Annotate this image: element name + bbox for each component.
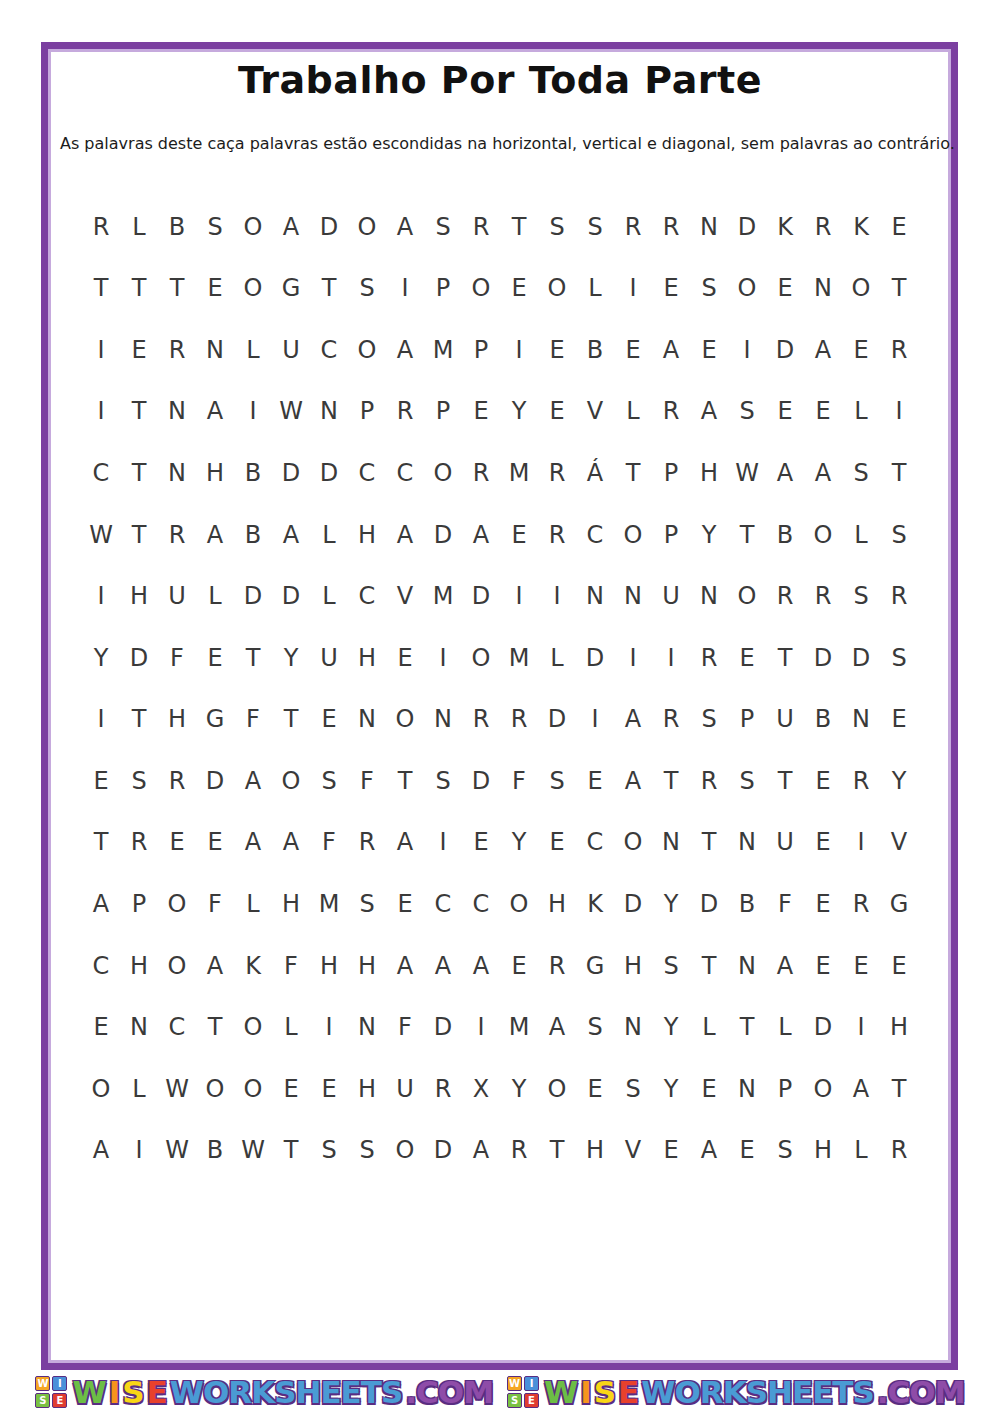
cell-r7c15[interactable]: N [614, 565, 652, 627]
cell-r6c2[interactable]: T [120, 504, 158, 566]
cell-r4c13[interactable]: E [538, 381, 576, 443]
cell-r16c18[interactable]: E [728, 1119, 766, 1181]
cell-r15c21[interactable]: A [842, 1058, 880, 1120]
cell-r2c19[interactable]: E [766, 258, 804, 320]
cell-r11c13[interactable]: E [538, 812, 576, 874]
cell-r16c7[interactable]: S [310, 1119, 348, 1181]
cell-r15c10[interactable]: R [424, 1058, 462, 1120]
cell-r7c21[interactable]: S [842, 565, 880, 627]
cell-r16c20[interactable]: H [804, 1119, 842, 1181]
cell-r6c22[interactable]: S [880, 504, 918, 566]
cell-r1c3[interactable]: B [158, 196, 196, 258]
cell-r5c18[interactable]: W [728, 442, 766, 504]
cell-r14c2[interactable]: N [120, 996, 158, 1058]
cell-r3c6[interactable]: U [272, 319, 310, 381]
cell-r6c14[interactable]: C [576, 504, 614, 566]
cell-r1c16[interactable]: R [652, 196, 690, 258]
cell-r11c9[interactable]: A [386, 812, 424, 874]
cell-r8c20[interactable]: D [804, 627, 842, 689]
cell-r14c11[interactable]: I [462, 996, 500, 1058]
cell-r8c12[interactable]: M [500, 627, 538, 689]
cell-r11c14[interactable]: C [576, 812, 614, 874]
cell-r14c7[interactable]: I [310, 996, 348, 1058]
cell-r4c3[interactable]: N [158, 381, 196, 443]
cell-r13c22[interactable]: E [880, 935, 918, 997]
cell-r6c19[interactable]: B [766, 504, 804, 566]
cell-r9c21[interactable]: N [842, 689, 880, 751]
cell-r10c9[interactable]: T [386, 750, 424, 812]
cell-r3c11[interactable]: P [462, 319, 500, 381]
cell-r1c22[interactable]: E [880, 196, 918, 258]
cell-r16c3[interactable]: W [158, 1119, 196, 1181]
cell-r14c15[interactable]: N [614, 996, 652, 1058]
cell-r3c14[interactable]: B [576, 319, 614, 381]
cell-r15c12[interactable]: Y [500, 1058, 538, 1120]
cell-r5c13[interactable]: R [538, 442, 576, 504]
cell-r8c14[interactable]: D [576, 627, 614, 689]
cell-r14c16[interactable]: Y [652, 996, 690, 1058]
cell-r13c12[interactable]: E [500, 935, 538, 997]
cell-r9c16[interactable]: R [652, 689, 690, 751]
cell-r11c11[interactable]: E [462, 812, 500, 874]
cell-r11c19[interactable]: U [766, 812, 804, 874]
cell-r9c8[interactable]: N [348, 689, 386, 751]
cell-r5c10[interactable]: O [424, 442, 462, 504]
cell-r12c22[interactable]: G [880, 873, 918, 935]
cell-r16c19[interactable]: S [766, 1119, 804, 1181]
cell-r15c1[interactable]: O [82, 1058, 120, 1120]
cell-r16c8[interactable]: S [348, 1119, 386, 1181]
cell-r14c12[interactable]: M [500, 996, 538, 1058]
cell-r12c5[interactable]: L [234, 873, 272, 935]
cell-r3c3[interactable]: R [158, 319, 196, 381]
cell-r2c7[interactable]: T [310, 258, 348, 320]
cell-r11c5[interactable]: A [234, 812, 272, 874]
cell-r10c13[interactable]: S [538, 750, 576, 812]
cell-r9c2[interactable]: T [120, 689, 158, 751]
cell-r5c20[interactable]: A [804, 442, 842, 504]
cell-r3c1[interactable]: I [82, 319, 120, 381]
letter-grid[interactable]: RLBSOADOASRTSSRRNDKRKETTTEOGTSIPOEOLIESO… [82, 196, 918, 1181]
cell-r15c7[interactable]: E [310, 1058, 348, 1120]
cell-r1c18[interactable]: D [728, 196, 766, 258]
cell-r13c2[interactable]: H [120, 935, 158, 997]
cell-r2c8[interactable]: S [348, 258, 386, 320]
cell-r6c8[interactable]: H [348, 504, 386, 566]
cell-r9c5[interactable]: F [234, 689, 272, 751]
cell-r13c10[interactable]: A [424, 935, 462, 997]
cell-r16c6[interactable]: T [272, 1119, 310, 1181]
cell-r8c16[interactable]: I [652, 627, 690, 689]
cell-r10c11[interactable]: D [462, 750, 500, 812]
cell-r9c13[interactable]: D [538, 689, 576, 751]
cell-r7c16[interactable]: U [652, 565, 690, 627]
cell-r7c9[interactable]: V [386, 565, 424, 627]
cell-r5c6[interactable]: D [272, 442, 310, 504]
cell-r11c1[interactable]: T [82, 812, 120, 874]
cell-r9c22[interactable]: E [880, 689, 918, 751]
cell-r12c14[interactable]: K [576, 873, 614, 935]
cell-r11c20[interactable]: E [804, 812, 842, 874]
cell-r8c22[interactable]: S [880, 627, 918, 689]
cell-r7c13[interactable]: I [538, 565, 576, 627]
cell-r7c18[interactable]: O [728, 565, 766, 627]
cell-r16c21[interactable]: L [842, 1119, 880, 1181]
cell-r9c1[interactable]: I [82, 689, 120, 751]
cell-r12c10[interactable]: C [424, 873, 462, 935]
cell-r3c17[interactable]: E [690, 319, 728, 381]
cell-r9c10[interactable]: N [424, 689, 462, 751]
cell-r1c13[interactable]: S [538, 196, 576, 258]
cell-r13c14[interactable]: G [576, 935, 614, 997]
cell-r10c14[interactable]: E [576, 750, 614, 812]
cell-r14c18[interactable]: T [728, 996, 766, 1058]
cell-r8c3[interactable]: F [158, 627, 196, 689]
cell-r10c6[interactable]: O [272, 750, 310, 812]
cell-r8c13[interactable]: L [538, 627, 576, 689]
cell-r13c19[interactable]: A [766, 935, 804, 997]
cell-r2c1[interactable]: T [82, 258, 120, 320]
cell-r11c17[interactable]: T [690, 812, 728, 874]
cell-r1c14[interactable]: S [576, 196, 614, 258]
cell-r12c4[interactable]: F [196, 873, 234, 935]
cell-r4c16[interactable]: R [652, 381, 690, 443]
cell-r9c6[interactable]: T [272, 689, 310, 751]
cell-r15c4[interactable]: O [196, 1058, 234, 1120]
cell-r2c17[interactable]: S [690, 258, 728, 320]
cell-r10c10[interactable]: S [424, 750, 462, 812]
cell-r12c8[interactable]: S [348, 873, 386, 935]
cell-r13c3[interactable]: O [158, 935, 196, 997]
cell-r2c11[interactable]: O [462, 258, 500, 320]
cell-r3c5[interactable]: L [234, 319, 272, 381]
cell-r13c18[interactable]: N [728, 935, 766, 997]
cell-r13c15[interactable]: H [614, 935, 652, 997]
cell-r9c9[interactable]: O [386, 689, 424, 751]
cell-r14c22[interactable]: H [880, 996, 918, 1058]
cell-r13c4[interactable]: A [196, 935, 234, 997]
cell-r2c14[interactable]: L [576, 258, 614, 320]
cell-r14c3[interactable]: C [158, 996, 196, 1058]
cell-r16c13[interactable]: T [538, 1119, 576, 1181]
cell-r5c12[interactable]: M [500, 442, 538, 504]
cell-r16c12[interactable]: R [500, 1119, 538, 1181]
cell-r13c13[interactable]: R [538, 935, 576, 997]
cell-r4c9[interactable]: R [386, 381, 424, 443]
cell-r8c5[interactable]: T [234, 627, 272, 689]
cell-r1c4[interactable]: S [196, 196, 234, 258]
cell-r5c1[interactable]: C [82, 442, 120, 504]
cell-r8c6[interactable]: Y [272, 627, 310, 689]
cell-r16c17[interactable]: A [690, 1119, 728, 1181]
cell-r15c15[interactable]: S [614, 1058, 652, 1120]
cell-r11c3[interactable]: E [158, 812, 196, 874]
cell-r4c12[interactable]: Y [500, 381, 538, 443]
cell-r15c8[interactable]: H [348, 1058, 386, 1120]
cell-r1c19[interactable]: K [766, 196, 804, 258]
cell-r5c5[interactable]: B [234, 442, 272, 504]
cell-r2c9[interactable]: I [386, 258, 424, 320]
cell-r14c19[interactable]: L [766, 996, 804, 1058]
cell-r11c6[interactable]: A [272, 812, 310, 874]
cell-r14c5[interactable]: O [234, 996, 272, 1058]
cell-r6c16[interactable]: P [652, 504, 690, 566]
cell-r12c12[interactable]: O [500, 873, 538, 935]
cell-r7c2[interactable]: H [120, 565, 158, 627]
cell-r5c9[interactable]: C [386, 442, 424, 504]
cell-r4c6[interactable]: W [272, 381, 310, 443]
cell-r13c7[interactable]: H [310, 935, 348, 997]
cell-r3c8[interactable]: O [348, 319, 386, 381]
cell-r3c2[interactable]: E [120, 319, 158, 381]
cell-r13c20[interactable]: E [804, 935, 842, 997]
cell-r3c13[interactable]: E [538, 319, 576, 381]
cell-r2c13[interactable]: O [538, 258, 576, 320]
cell-r13c5[interactable]: K [234, 935, 272, 997]
cell-r10c12[interactable]: F [500, 750, 538, 812]
cell-r12c6[interactable]: H [272, 873, 310, 935]
cell-r2c4[interactable]: E [196, 258, 234, 320]
cell-r10c5[interactable]: A [234, 750, 272, 812]
cell-r11c21[interactable]: I [842, 812, 880, 874]
cell-r8c15[interactable]: I [614, 627, 652, 689]
cell-r10c16[interactable]: T [652, 750, 690, 812]
cell-r6c11[interactable]: A [462, 504, 500, 566]
cell-r14c6[interactable]: L [272, 996, 310, 1058]
cell-r7c14[interactable]: N [576, 565, 614, 627]
cell-r3c22[interactable]: R [880, 319, 918, 381]
cell-r14c20[interactable]: D [804, 996, 842, 1058]
cell-r16c4[interactable]: B [196, 1119, 234, 1181]
cell-r2c15[interactable]: I [614, 258, 652, 320]
cell-r3c4[interactable]: N [196, 319, 234, 381]
cell-r6c17[interactable]: Y [690, 504, 728, 566]
cell-r6c10[interactable]: D [424, 504, 462, 566]
cell-r12c21[interactable]: R [842, 873, 880, 935]
cell-r2c16[interactable]: E [652, 258, 690, 320]
cell-r7c11[interactable]: D [462, 565, 500, 627]
cell-r9c17[interactable]: S [690, 689, 728, 751]
cell-r1c17[interactable]: N [690, 196, 728, 258]
cell-r16c5[interactable]: W [234, 1119, 272, 1181]
cell-r9c15[interactable]: A [614, 689, 652, 751]
cell-r1c21[interactable]: K [842, 196, 880, 258]
cell-r10c7[interactable]: S [310, 750, 348, 812]
cell-r14c21[interactable]: I [842, 996, 880, 1058]
cell-r4c7[interactable]: N [310, 381, 348, 443]
cell-r4c20[interactable]: E [804, 381, 842, 443]
cell-r3c18[interactable]: I [728, 319, 766, 381]
cell-r8c21[interactable]: D [842, 627, 880, 689]
cell-r2c18[interactable]: O [728, 258, 766, 320]
cell-r11c2[interactable]: R [120, 812, 158, 874]
cell-r7c10[interactable]: M [424, 565, 462, 627]
cell-r13c16[interactable]: S [652, 935, 690, 997]
cell-r10c3[interactable]: R [158, 750, 196, 812]
cell-r4c5[interactable]: I [234, 381, 272, 443]
cell-r4c14[interactable]: V [576, 381, 614, 443]
cell-r10c2[interactable]: S [120, 750, 158, 812]
cell-r8c4[interactable]: E [196, 627, 234, 689]
cell-r7c4[interactable]: L [196, 565, 234, 627]
cell-r16c9[interactable]: O [386, 1119, 424, 1181]
cell-r10c18[interactable]: S [728, 750, 766, 812]
cell-r14c13[interactable]: A [538, 996, 576, 1058]
cell-r9c3[interactable]: H [158, 689, 196, 751]
cell-r16c1[interactable]: A [82, 1119, 120, 1181]
cell-r2c6[interactable]: G [272, 258, 310, 320]
cell-r2c21[interactable]: O [842, 258, 880, 320]
cell-r6c1[interactable]: W [82, 504, 120, 566]
cell-r1c7[interactable]: D [310, 196, 348, 258]
cell-r11c8[interactable]: R [348, 812, 386, 874]
cell-r14c4[interactable]: T [196, 996, 234, 1058]
cell-r10c4[interactable]: D [196, 750, 234, 812]
cell-r12c20[interactable]: E [804, 873, 842, 935]
cell-r12c7[interactable]: M [310, 873, 348, 935]
cell-r8c8[interactable]: H [348, 627, 386, 689]
cell-r7c5[interactable]: D [234, 565, 272, 627]
cell-r15c11[interactable]: X [462, 1058, 500, 1120]
cell-r8c7[interactable]: U [310, 627, 348, 689]
cell-r12c18[interactable]: B [728, 873, 766, 935]
cell-r7c3[interactable]: U [158, 565, 196, 627]
cell-r14c14[interactable]: S [576, 996, 614, 1058]
cell-r10c21[interactable]: R [842, 750, 880, 812]
cell-r6c20[interactable]: O [804, 504, 842, 566]
cell-r6c18[interactable]: T [728, 504, 766, 566]
cell-r11c7[interactable]: F [310, 812, 348, 874]
cell-r8c19[interactable]: T [766, 627, 804, 689]
cell-r2c3[interactable]: T [158, 258, 196, 320]
cell-r3c16[interactable]: A [652, 319, 690, 381]
cell-r16c10[interactable]: D [424, 1119, 462, 1181]
cell-r5c21[interactable]: S [842, 442, 880, 504]
cell-r4c1[interactable]: I [82, 381, 120, 443]
cell-r10c19[interactable]: T [766, 750, 804, 812]
cell-r13c17[interactable]: T [690, 935, 728, 997]
cell-r12c19[interactable]: F [766, 873, 804, 935]
cell-r7c7[interactable]: L [310, 565, 348, 627]
cell-r4c8[interactable]: P [348, 381, 386, 443]
cell-r6c15[interactable]: O [614, 504, 652, 566]
cell-r12c11[interactable]: C [462, 873, 500, 935]
cell-r1c20[interactable]: R [804, 196, 842, 258]
cell-r6c6[interactable]: A [272, 504, 310, 566]
cell-r16c2[interactable]: I [120, 1119, 158, 1181]
cell-r9c20[interactable]: B [804, 689, 842, 751]
cell-r9c18[interactable]: P [728, 689, 766, 751]
cell-r5c22[interactable]: T [880, 442, 918, 504]
cell-r13c9[interactable]: A [386, 935, 424, 997]
cell-r1c9[interactable]: A [386, 196, 424, 258]
cell-r4c4[interactable]: A [196, 381, 234, 443]
cell-r1c5[interactable]: O [234, 196, 272, 258]
cell-r15c17[interactable]: E [690, 1058, 728, 1120]
cell-r6c7[interactable]: L [310, 504, 348, 566]
cell-r8c17[interactable]: R [690, 627, 728, 689]
cell-r4c10[interactable]: P [424, 381, 462, 443]
cell-r2c20[interactable]: N [804, 258, 842, 320]
cell-r9c4[interactable]: G [196, 689, 234, 751]
cell-r10c20[interactable]: E [804, 750, 842, 812]
cell-r8c10[interactable]: I [424, 627, 462, 689]
cell-r3c10[interactable]: M [424, 319, 462, 381]
cell-r10c8[interactable]: F [348, 750, 386, 812]
cell-r4c17[interactable]: A [690, 381, 728, 443]
cell-r4c19[interactable]: E [766, 381, 804, 443]
cell-r6c4[interactable]: A [196, 504, 234, 566]
cell-r6c3[interactable]: R [158, 504, 196, 566]
cell-r10c17[interactable]: R [690, 750, 728, 812]
cell-r11c4[interactable]: E [196, 812, 234, 874]
cell-r15c16[interactable]: Y [652, 1058, 690, 1120]
cell-r7c17[interactable]: N [690, 565, 728, 627]
cell-r4c22[interactable]: I [880, 381, 918, 443]
cell-r7c12[interactable]: I [500, 565, 538, 627]
cell-r3c15[interactable]: E [614, 319, 652, 381]
cell-r13c8[interactable]: H [348, 935, 386, 997]
cell-r5c15[interactable]: T [614, 442, 652, 504]
cell-r11c12[interactable]: Y [500, 812, 538, 874]
cell-r1c8[interactable]: O [348, 196, 386, 258]
cell-r3c20[interactable]: A [804, 319, 842, 381]
cell-r7c8[interactable]: C [348, 565, 386, 627]
cell-r4c11[interactable]: E [462, 381, 500, 443]
cell-r10c22[interactable]: Y [880, 750, 918, 812]
cell-r16c11[interactable]: A [462, 1119, 500, 1181]
cell-r7c20[interactable]: R [804, 565, 842, 627]
cell-r13c6[interactable]: F [272, 935, 310, 997]
cell-r6c13[interactable]: R [538, 504, 576, 566]
cell-r12c16[interactable]: Y [652, 873, 690, 935]
cell-r9c11[interactable]: R [462, 689, 500, 751]
cell-r9c7[interactable]: E [310, 689, 348, 751]
cell-r1c11[interactable]: R [462, 196, 500, 258]
cell-r15c5[interactable]: O [234, 1058, 272, 1120]
cell-r9c19[interactable]: U [766, 689, 804, 751]
cell-r2c22[interactable]: T [880, 258, 918, 320]
cell-r14c10[interactable]: D [424, 996, 462, 1058]
cell-r6c21[interactable]: L [842, 504, 880, 566]
cell-r6c5[interactable]: B [234, 504, 272, 566]
cell-r1c10[interactable]: S [424, 196, 462, 258]
cell-r2c2[interactable]: T [120, 258, 158, 320]
cell-r15c20[interactable]: O [804, 1058, 842, 1120]
cell-r5c8[interactable]: C [348, 442, 386, 504]
cell-r11c22[interactable]: V [880, 812, 918, 874]
cell-r13c21[interactable]: E [842, 935, 880, 997]
cell-r2c10[interactable]: P [424, 258, 462, 320]
cell-r15c14[interactable]: E [576, 1058, 614, 1120]
cell-r5c3[interactable]: N [158, 442, 196, 504]
cell-r11c18[interactable]: N [728, 812, 766, 874]
cell-r1c15[interactable]: R [614, 196, 652, 258]
cell-r8c1[interactable]: Y [82, 627, 120, 689]
cell-r5c7[interactable]: D [310, 442, 348, 504]
cell-r5c11[interactable]: R [462, 442, 500, 504]
cell-r4c21[interactable]: L [842, 381, 880, 443]
cell-r15c3[interactable]: W [158, 1058, 196, 1120]
cell-r12c2[interactable]: P [120, 873, 158, 935]
cell-r11c16[interactable]: N [652, 812, 690, 874]
cell-r14c17[interactable]: L [690, 996, 728, 1058]
cell-r13c11[interactable]: A [462, 935, 500, 997]
cell-r5c4[interactable]: H [196, 442, 234, 504]
cell-r15c22[interactable]: T [880, 1058, 918, 1120]
cell-r13c1[interactable]: C [82, 935, 120, 997]
cell-r5c19[interactable]: A [766, 442, 804, 504]
